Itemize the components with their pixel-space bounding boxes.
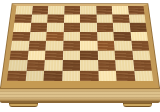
board-grid — [7, 6, 153, 81]
square-f8[interactable] — [96, 6, 112, 14]
square-b2[interactable] — [26, 60, 45, 70]
square-g2[interactable] — [115, 60, 134, 70]
square-f6[interactable] — [96, 23, 113, 32]
square-c7[interactable] — [47, 14, 64, 23]
square-a2[interactable] — [8, 60, 27, 70]
square-d4[interactable] — [63, 41, 80, 51]
square-h6[interactable] — [129, 23, 147, 32]
square-e3[interactable] — [80, 50, 98, 60]
square-c5[interactable] — [46, 32, 63, 41]
square-b6[interactable] — [30, 23, 47, 32]
square-f4[interactable] — [97, 41, 115, 51]
square-h8[interactable] — [128, 6, 145, 14]
square-e1[interactable] — [80, 70, 98, 81]
square-f7[interactable] — [96, 14, 113, 23]
square-h7[interactable] — [128, 14, 145, 23]
square-f3[interactable] — [97, 50, 115, 60]
square-f2[interactable] — [98, 60, 116, 70]
square-d7[interactable] — [64, 14, 80, 23]
square-a4[interactable] — [11, 41, 29, 51]
square-e8[interactable] — [80, 6, 96, 14]
square-d1[interactable] — [62, 70, 80, 81]
square-e5[interactable] — [80, 32, 97, 41]
square-b8[interactable] — [32, 6, 49, 14]
square-b3[interactable] — [27, 50, 45, 60]
square-d5[interactable] — [63, 32, 80, 41]
square-e6[interactable] — [80, 23, 97, 32]
box-side-panel — [0, 87, 160, 103]
square-b7[interactable] — [31, 14, 48, 23]
square-g3[interactable] — [115, 50, 133, 60]
square-d2[interactable] — [62, 60, 80, 70]
square-a3[interactable] — [10, 50, 29, 60]
square-h3[interactable] — [132, 50, 151, 60]
square-b5[interactable] — [29, 32, 47, 41]
square-g1[interactable] — [116, 70, 135, 81]
square-g6[interactable] — [113, 23, 130, 32]
square-b1[interactable] — [25, 70, 44, 81]
square-g8[interactable] — [112, 6, 129, 14]
square-e7[interactable] — [80, 14, 96, 23]
square-e2[interactable] — [80, 60, 98, 70]
square-a5[interactable] — [12, 32, 30, 41]
chessboard-box-photo — [0, 0, 160, 112]
square-a6[interactable] — [13, 23, 31, 32]
square-g4[interactable] — [114, 41, 132, 51]
board-frame — [1, 4, 159, 88]
square-a8[interactable] — [15, 6, 32, 14]
square-f1[interactable] — [98, 70, 117, 81]
square-h1[interactable] — [134, 70, 153, 81]
square-c8[interactable] — [48, 6, 64, 14]
square-a1[interactable] — [7, 70, 26, 81]
square-c6[interactable] — [47, 23, 64, 32]
square-c3[interactable] — [45, 50, 63, 60]
square-d6[interactable] — [63, 23, 80, 32]
square-h5[interactable] — [130, 32, 148, 41]
square-b4[interactable] — [28, 41, 46, 51]
square-a7[interactable] — [14, 14, 31, 23]
square-d8[interactable] — [64, 6, 80, 14]
square-h4[interactable] — [131, 41, 149, 51]
square-g5[interactable] — [113, 32, 131, 41]
square-c4[interactable] — [45, 41, 63, 51]
square-f5[interactable] — [97, 32, 114, 41]
square-d3[interactable] — [62, 50, 80, 60]
square-h2[interactable] — [133, 60, 152, 70]
square-e4[interactable] — [80, 41, 97, 51]
square-g7[interactable] — [112, 14, 129, 23]
square-c1[interactable] — [43, 70, 62, 81]
square-c2[interactable] — [44, 60, 62, 70]
